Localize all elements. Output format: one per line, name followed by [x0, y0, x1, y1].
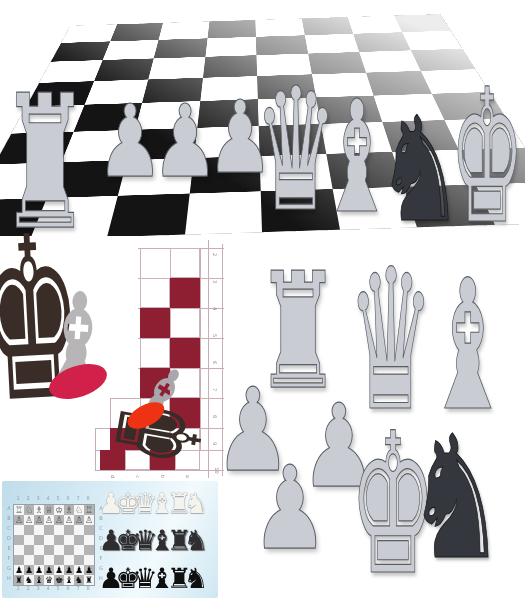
diagram-square [24, 555, 34, 565]
diagram-black-piece: ♟ [55, 566, 63, 575]
diagram-square: ♙ [24, 515, 34, 525]
file-label: 2 [23, 586, 33, 591]
diagram-square: ♟ [84, 565, 94, 575]
diagram-square: ♙ [44, 515, 54, 525]
stair-axis-label: d [110, 475, 115, 478]
diagram-white-piece: ♗ [65, 506, 73, 515]
diagram-black-piece: ♞ [75, 576, 83, 585]
diagram-square: ♟ [14, 565, 24, 575]
diagram-square [44, 535, 54, 545]
diagram-square [64, 545, 74, 555]
diagram-square: ♟ [24, 565, 34, 575]
rank-label: E [4, 546, 14, 551]
rank-label: B [4, 516, 14, 521]
diagram-white-piece: ♗ [35, 506, 43, 515]
diagram-square: ♖ [14, 505, 24, 515]
diagram-white-piece: ♙ [85, 516, 93, 525]
diagram-square: ♝ [34, 575, 44, 585]
diagram-white-piece: ♘ [75, 506, 83, 515]
diagram-black-piece: ♜ [15, 576, 23, 585]
diagram-square [54, 535, 64, 545]
stair-axis-label: c [135, 475, 140, 478]
diagram-white-piece: ♙ [45, 516, 53, 525]
diagram-square: ♙ [84, 515, 94, 525]
diagram-square [44, 525, 54, 535]
diagram-square [24, 525, 34, 535]
file-label: 6 [63, 586, 73, 591]
diagram-square [54, 555, 64, 565]
diagram-square [84, 545, 94, 555]
diagram-square [34, 555, 44, 565]
diagram-white-piece: ♙ [25, 516, 33, 525]
diagram-square [24, 545, 34, 555]
rank-label: F [4, 556, 14, 561]
stair-maroon-square [170, 278, 200, 308]
diagram-black-piece: ♟ [65, 566, 73, 575]
diagram-square: ♟ [44, 565, 54, 575]
diagram-square: ♔ [54, 505, 64, 515]
diagram-square: ♙ [74, 515, 84, 525]
stair-maroon-square [140, 308, 170, 338]
diagram-square: ♞ [24, 575, 34, 585]
stair-white-square [170, 308, 200, 338]
white-set-knight: ♞ [183, 490, 208, 518]
stair-white-square [170, 248, 200, 278]
rank-label: A [4, 506, 14, 511]
diagram-square [84, 535, 94, 545]
diagram-square [14, 555, 24, 565]
diagram-square: ♟ [34, 565, 44, 575]
file-label: 8 [83, 496, 93, 501]
file-label: 4 [43, 586, 53, 591]
diagram-square [24, 535, 34, 545]
stair-axis-label: a [185, 475, 190, 478]
diagram-black-piece: ♚ [55, 576, 63, 585]
file-label: 7 [73, 496, 83, 501]
diagram-black-piece: ♟ [45, 566, 53, 575]
file-label: 5 [53, 586, 63, 591]
diagram-square: ♘ [74, 505, 84, 515]
diagram-square [14, 525, 24, 535]
black-3d-set-knight: ♞ [183, 527, 208, 555]
diagram-square [54, 545, 64, 555]
diagram-white-piece: ♖ [15, 506, 23, 515]
diagram-black-piece: ♜ [85, 576, 93, 585]
piece-chart-panel: ♖♘♗♕♔♗♘♖♙♙♙♙♙♙♙♙♟♟♟♟♟♟♟♟♜♞♝♛♚♝♞♜ 1122334… [2, 481, 218, 598]
diagram-black-piece: ♞ [25, 576, 33, 585]
diagram-square: ♕ [44, 505, 54, 515]
diagram-white-piece: ♙ [55, 516, 63, 525]
file-label: 2 [23, 496, 33, 501]
diagram-square: ♜ [14, 575, 24, 585]
diagram-white-piece: ♕ [45, 506, 53, 515]
rank-label: H [4, 576, 14, 581]
diagram-white-piece: ♙ [65, 516, 73, 525]
diagram-square [64, 525, 74, 535]
file-label: 7 [73, 586, 83, 591]
diagram-square: ♗ [34, 505, 44, 515]
stair-white-square [140, 278, 170, 308]
diagram-black-piece: ♟ [35, 566, 43, 575]
diagram-black-piece: ♝ [35, 576, 43, 585]
black-flat-set-knight: ♞ [183, 565, 208, 593]
stair-axis-label: 2 [212, 253, 217, 256]
diagram-square [64, 535, 74, 545]
stair-axis-label: 4 [212, 307, 217, 310]
diagram-square: ♜ [84, 575, 94, 585]
diagram-square: ♟ [74, 565, 84, 575]
rank-label: G [4, 566, 14, 571]
diagram-square [74, 525, 84, 535]
cluster-pawn-c: ♟ [251, 451, 328, 566]
stair-axis-label: b [160, 475, 165, 478]
diagram-square: ♖ [84, 505, 94, 515]
diagram-square: ♗ [64, 505, 74, 515]
file-label: 3 [33, 586, 43, 591]
diagram-square [84, 525, 94, 535]
diagram-square: ♙ [54, 515, 64, 525]
diagram-black-piece: ♟ [85, 566, 93, 575]
diagram-white-piece: ♙ [35, 516, 43, 525]
diagram-square [34, 525, 44, 535]
diagram-square [84, 555, 94, 565]
diagram-square: ♙ [64, 515, 74, 525]
diagram-square [64, 555, 74, 565]
diagram-square: ♘ [24, 505, 34, 515]
rank-label: C [4, 526, 14, 531]
start-position-diagram: ♖♘♗♕♔♗♘♖♙♙♙♙♙♙♙♙♟♟♟♟♟♟♟♟♜♞♝♛♚♝♞♜ [13, 504, 95, 586]
file-label: 3 [33, 496, 43, 501]
diagram-white-piece: ♙ [15, 516, 23, 525]
diagram-square [14, 535, 24, 545]
chess-illustration-canvas: 2345678910dcba ♖♘♗♕♔♗♘♖♙♙♙♙♙♙♙♙♟♟♟♟♟♟♟♟♜… [0, 0, 525, 600]
diagram-square [34, 535, 44, 545]
stair-axis-label: 3 [212, 280, 217, 283]
diagram-square: ♙ [14, 515, 24, 525]
diagram-white-piece: ♔ [55, 506, 63, 515]
diagram-square [44, 545, 54, 555]
diagram-square: ♙ [34, 515, 44, 525]
file-label: 1 [13, 586, 23, 591]
diagram-square [44, 555, 54, 565]
diagram-square: ♞ [74, 575, 84, 585]
file-label: 5 [53, 496, 63, 501]
cluster-knight: ♞ [406, 413, 507, 583]
diagram-white-piece: ♘ [25, 506, 33, 515]
file-label: 4 [43, 496, 53, 501]
file-label: 6 [63, 496, 73, 501]
rank-label: D [4, 536, 14, 541]
top-board-king: ♚ [450, 65, 525, 250]
diagram-white-piece: ♙ [75, 516, 83, 525]
diagram-square [34, 545, 44, 555]
diagram-square [74, 535, 84, 545]
file-label: 8 [83, 586, 93, 591]
diagram-black-piece: ♟ [75, 566, 83, 575]
diagram-white-piece: ♖ [85, 506, 93, 515]
diagram-square: ♛ [44, 575, 54, 585]
diagram-black-piece: ♟ [15, 566, 23, 575]
diagram-black-piece: ♟ [25, 566, 33, 575]
diagram-square [54, 525, 64, 535]
diagram-square [74, 555, 84, 565]
file-label: 1 [13, 496, 23, 501]
diagram-square: ♟ [54, 565, 64, 575]
diagram-square [14, 545, 24, 555]
diagram-black-piece: ♝ [65, 576, 73, 585]
diagram-square: ♝ [64, 575, 74, 585]
diagram-square [74, 545, 84, 555]
diagram-black-piece: ♛ [45, 576, 53, 585]
stair-axis-label: 5 [212, 334, 217, 337]
diagram-square: ♟ [64, 565, 74, 575]
diagram-square: ♚ [54, 575, 64, 585]
